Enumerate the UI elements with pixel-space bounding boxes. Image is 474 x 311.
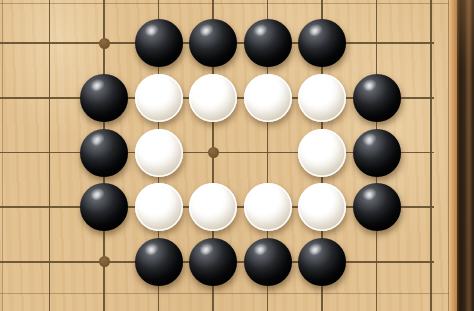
stone-black-g7 (298, 19, 346, 67)
stone-black-c5 (80, 129, 128, 177)
stone-black-g3 (298, 238, 346, 286)
stone-black-h4 (353, 183, 401, 231)
stone-white-d6 (135, 74, 183, 122)
stone-white-d5 (135, 129, 183, 177)
stone-black-e3 (189, 238, 237, 286)
stone-white-f4 (244, 183, 292, 231)
wood-seam-2 (0, 293, 451, 294)
wood-seam-0 (2, 0, 3, 311)
stone-white-g6 (298, 74, 346, 122)
stone-black-c4 (80, 183, 128, 231)
star-point-e5 (208, 147, 219, 158)
stone-black-h5 (353, 129, 401, 177)
grid-line-v-B (49, 0, 51, 311)
stone-white-e4 (189, 183, 237, 231)
board-right-rim (449, 0, 457, 311)
stone-black-e7 (189, 19, 237, 67)
stone-black-d3 (135, 238, 183, 286)
go-app-window (0, 0, 474, 311)
table-background (457, 0, 474, 311)
go-board[interactable] (0, 0, 451, 311)
stone-black-h6 (353, 74, 401, 122)
stone-white-e6 (189, 74, 237, 122)
stone-black-f3 (244, 238, 292, 286)
grid-line-v-J (430, 0, 432, 311)
stone-white-g5 (298, 129, 346, 177)
stone-white-g4 (298, 183, 346, 231)
stone-black-c6 (80, 74, 128, 122)
stone-black-d7 (135, 19, 183, 67)
star-point-c3 (99, 256, 110, 267)
star-point-c7 (99, 38, 110, 49)
stone-white-f6 (244, 74, 292, 122)
stone-black-f7 (244, 19, 292, 67)
wood-seam-1 (0, 3, 451, 4)
stone-white-d4 (135, 183, 183, 231)
